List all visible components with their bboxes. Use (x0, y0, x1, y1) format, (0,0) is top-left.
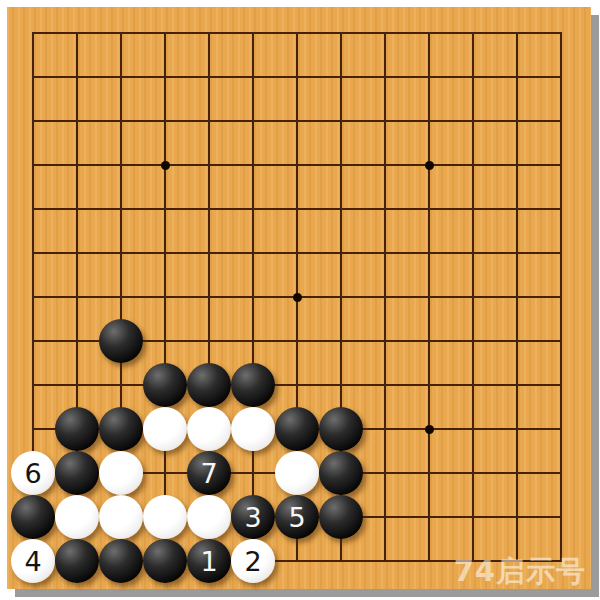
page: 6735412 74启示号 (0, 0, 600, 600)
white-stone: 6 (11, 451, 55, 495)
star-point (293, 293, 302, 302)
black-stone (55, 539, 99, 583)
move-number: 4 (24, 548, 41, 575)
black-stone (143, 363, 187, 407)
black-stone (99, 539, 143, 583)
black-stone (275, 407, 319, 451)
white-stone (99, 451, 143, 495)
white-stone (187, 495, 231, 539)
black-stone: 1 (187, 539, 231, 583)
star-point (161, 161, 170, 170)
white-stone (275, 451, 319, 495)
move-number: 1 (200, 548, 217, 575)
black-stone (231, 363, 275, 407)
star-point (425, 425, 434, 434)
white-stone (55, 495, 99, 539)
grid-line-vertical (560, 32, 562, 562)
grid-line-vertical (428, 32, 430, 562)
white-stone (187, 407, 231, 451)
black-stone (11, 495, 55, 539)
grid-line-vertical (384, 32, 386, 562)
white-stone (99, 495, 143, 539)
move-number: 7 (200, 460, 217, 487)
move-number: 6 (24, 460, 41, 487)
black-stone (143, 539, 187, 583)
grid-line-vertical (516, 32, 518, 562)
white-stone (231, 407, 275, 451)
black-stone (99, 319, 143, 363)
move-number: 5 (288, 504, 305, 531)
white-stone: 2 (231, 539, 275, 583)
black-stone: 7 (187, 451, 231, 495)
black-stone (99, 407, 143, 451)
black-stone: 3 (231, 495, 275, 539)
black-stone (319, 451, 363, 495)
white-stone: 4 (11, 539, 55, 583)
black-stone (55, 407, 99, 451)
black-stone (55, 451, 99, 495)
grid-line-vertical (472, 32, 474, 562)
black-stone: 5 (275, 495, 319, 539)
black-stone (187, 363, 231, 407)
black-stone (319, 495, 363, 539)
white-stone (143, 495, 187, 539)
white-stone (143, 407, 187, 451)
go-board: 6735412 (7, 7, 591, 589)
move-number: 2 (244, 548, 261, 575)
star-point (425, 161, 434, 170)
black-stone (319, 407, 363, 451)
watermark: 74启示号 (454, 552, 586, 592)
grid-line-horizontal (32, 384, 562, 386)
move-number: 3 (244, 504, 261, 531)
